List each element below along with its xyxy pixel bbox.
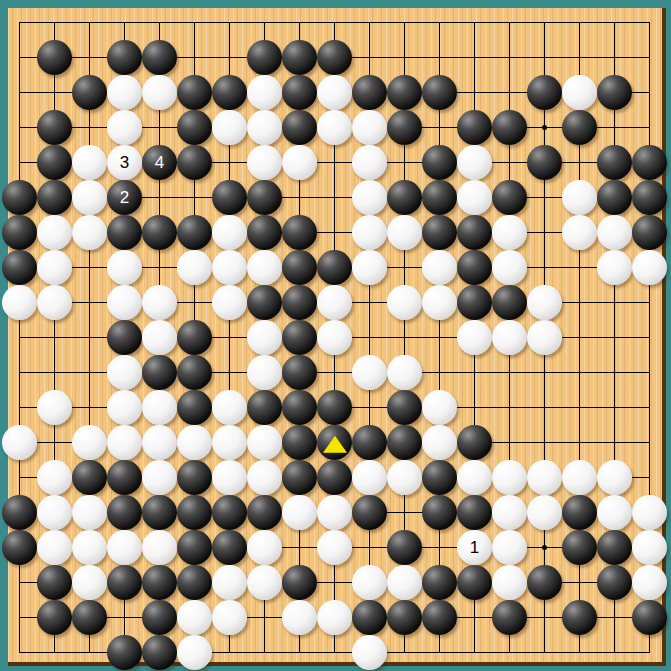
black-stone[interactable] (457, 495, 492, 530)
white-stone[interactable] (212, 390, 247, 425)
white-stone[interactable] (142, 425, 177, 460)
white-stone[interactable] (142, 75, 177, 110)
black-stone[interactable] (562, 110, 597, 145)
black-stone[interactable] (527, 565, 562, 600)
black-stone[interactable] (247, 390, 282, 425)
white-stone[interactable] (107, 250, 142, 285)
black-stone[interactable] (492, 180, 527, 215)
white-stone[interactable] (317, 600, 352, 635)
white-stone[interactable] (387, 285, 422, 320)
white-stone[interactable] (422, 250, 457, 285)
white-stone[interactable] (107, 110, 142, 145)
white-stone[interactable] (247, 75, 282, 110)
white-stone[interactable] (632, 565, 667, 600)
black-stone[interactable] (457, 250, 492, 285)
black-stone[interactable] (282, 425, 317, 460)
black-stone[interactable] (282, 75, 317, 110)
white-stone[interactable] (562, 180, 597, 215)
black-stone[interactable] (422, 565, 457, 600)
white-stone[interactable] (247, 425, 282, 460)
white-stone[interactable] (527, 495, 562, 530)
white-stone[interactable] (212, 215, 247, 250)
black-stone[interactable] (387, 75, 422, 110)
white-stone[interactable] (37, 390, 72, 425)
white-stone[interactable] (632, 530, 667, 565)
black-stone[interactable] (527, 75, 562, 110)
white-stone[interactable] (492, 530, 527, 565)
black-stone[interactable] (422, 460, 457, 495)
black-stone[interactable] (492, 110, 527, 145)
black-stone[interactable] (632, 600, 667, 635)
black-stone[interactable] (352, 600, 387, 635)
black-stone[interactable] (142, 215, 177, 250)
white-stone[interactable] (72, 495, 107, 530)
white-stone[interactable] (352, 110, 387, 145)
black-stone[interactable] (597, 565, 632, 600)
white-stone[interactable] (422, 390, 457, 425)
white-stone[interactable] (457, 145, 492, 180)
black-stone[interactable] (282, 390, 317, 425)
black-stone[interactable] (422, 180, 457, 215)
white-stone[interactable] (212, 285, 247, 320)
white-stone[interactable] (527, 285, 562, 320)
black-stone[interactable] (632, 145, 667, 180)
black-stone[interactable] (247, 495, 282, 530)
black-stone[interactable] (317, 40, 352, 75)
black-stone[interactable] (107, 215, 142, 250)
white-stone[interactable] (387, 355, 422, 390)
triangle-marker (323, 435, 347, 452)
white-stone[interactable] (72, 145, 107, 180)
black-stone[interactable] (492, 285, 527, 320)
black-stone[interactable] (317, 250, 352, 285)
white-stone[interactable] (352, 215, 387, 250)
black-stone[interactable] (37, 600, 72, 635)
black-stone[interactable] (142, 355, 177, 390)
black-stone[interactable] (597, 75, 632, 110)
black-stone[interactable] (177, 215, 212, 250)
black-stone[interactable] (177, 530, 212, 565)
white-stone[interactable] (37, 285, 72, 320)
go-game-screenshot: { "game": "Go (19x19)", "position": { "f… (0, 0, 671, 671)
black-stone[interactable] (562, 495, 597, 530)
white-stone[interactable] (177, 250, 212, 285)
move-number-label: 2 (120, 189, 129, 206)
black-stone[interactable] (387, 180, 422, 215)
black-stone[interactable] (212, 180, 247, 215)
black-stone[interactable] (142, 40, 177, 75)
black-stone[interactable] (37, 40, 72, 75)
black-stone[interactable] (282, 460, 317, 495)
black-stone[interactable] (562, 600, 597, 635)
black-stone[interactable] (247, 40, 282, 75)
white-stone[interactable] (142, 460, 177, 495)
black-stone[interactable] (107, 460, 142, 495)
white-stone[interactable] (317, 320, 352, 355)
white-stone[interactable] (107, 425, 142, 460)
white-stone[interactable] (247, 320, 282, 355)
black-stone[interactable] (212, 530, 247, 565)
black-stone[interactable] (2, 250, 37, 285)
white-stone[interactable] (247, 355, 282, 390)
black-stone[interactable] (317, 390, 352, 425)
white-stone[interactable] (177, 600, 212, 635)
white-stone[interactable] (247, 530, 282, 565)
black-stone[interactable] (352, 495, 387, 530)
black-stone[interactable] (37, 180, 72, 215)
white-stone[interactable] (527, 460, 562, 495)
black-stone[interactable] (177, 145, 212, 180)
white-stone[interactable] (72, 180, 107, 215)
white-stone[interactable] (597, 250, 632, 285)
black-stone[interactable] (2, 180, 37, 215)
black-stone[interactable] (632, 180, 667, 215)
white-stone[interactable] (247, 145, 282, 180)
white-stone[interactable] (72, 215, 107, 250)
white-stone[interactable] (352, 565, 387, 600)
page-background: 3421 (0, 0, 671, 671)
white-stone[interactable] (72, 565, 107, 600)
black-stone[interactable] (562, 530, 597, 565)
black-stone[interactable] (457, 215, 492, 250)
white-stone[interactable] (37, 215, 72, 250)
white-stone[interactable]: 3 (107, 145, 142, 180)
black-stone[interactable] (142, 495, 177, 530)
black-stone[interactable] (142, 635, 177, 670)
white-stone[interactable] (492, 460, 527, 495)
white-stone[interactable] (247, 460, 282, 495)
black-stone[interactable] (387, 600, 422, 635)
white-stone[interactable] (37, 460, 72, 495)
white-stone[interactable] (317, 495, 352, 530)
black-stone[interactable] (282, 285, 317, 320)
black-stone[interactable] (247, 285, 282, 320)
black-stone[interactable] (107, 565, 142, 600)
white-stone[interactable] (142, 320, 177, 355)
white-stone[interactable] (317, 285, 352, 320)
black-stone[interactable] (282, 250, 317, 285)
white-stone[interactable] (107, 355, 142, 390)
white-stone[interactable] (142, 390, 177, 425)
black-stone[interactable] (282, 355, 317, 390)
black-stone[interactable] (457, 425, 492, 460)
grid-line-vertical (439, 22, 440, 653)
black-stone[interactable] (72, 75, 107, 110)
black-stone[interactable] (352, 425, 387, 460)
black-stone[interactable] (107, 635, 142, 670)
white-stone[interactable] (562, 460, 597, 495)
black-stone[interactable] (282, 215, 317, 250)
white-stone[interactable] (212, 460, 247, 495)
white-stone[interactable] (352, 460, 387, 495)
white-stone[interactable] (492, 215, 527, 250)
white-stone[interactable] (212, 250, 247, 285)
black-stone[interactable] (387, 390, 422, 425)
white-stone[interactable] (2, 425, 37, 460)
black-stone[interactable] (422, 75, 457, 110)
white-stone[interactable] (107, 75, 142, 110)
black-stone[interactable] (37, 565, 72, 600)
black-stone[interactable] (282, 110, 317, 145)
black-stone[interactable] (142, 565, 177, 600)
black-stone[interactable] (422, 600, 457, 635)
move-number-label: 4 (155, 154, 164, 171)
white-stone[interactable] (492, 320, 527, 355)
white-stone[interactable] (107, 530, 142, 565)
white-stone[interactable] (212, 110, 247, 145)
white-stone[interactable] (352, 355, 387, 390)
white-stone[interactable] (72, 425, 107, 460)
black-stone[interactable] (107, 320, 142, 355)
white-stone[interactable] (387, 215, 422, 250)
black-stone[interactable] (597, 530, 632, 565)
black-stone[interactable] (72, 460, 107, 495)
white-stone[interactable] (632, 250, 667, 285)
white-stone[interactable] (422, 425, 457, 460)
white-stone[interactable] (177, 635, 212, 670)
white-stone[interactable]: 1 (457, 530, 492, 565)
black-stone[interactable] (282, 320, 317, 355)
black-stone[interactable] (177, 495, 212, 530)
white-stone[interactable] (142, 530, 177, 565)
black-stone[interactable] (212, 495, 247, 530)
white-stone[interactable] (352, 145, 387, 180)
black-stone[interactable] (492, 600, 527, 635)
white-stone[interactable] (212, 565, 247, 600)
move-number-label: 3 (120, 154, 129, 171)
white-stone[interactable] (177, 425, 212, 460)
white-stone[interactable] (387, 460, 422, 495)
white-stone[interactable] (317, 110, 352, 145)
white-stone[interactable] (562, 75, 597, 110)
white-stone[interactable] (562, 215, 597, 250)
black-stone[interactable] (457, 110, 492, 145)
white-stone[interactable] (212, 425, 247, 460)
white-stone[interactable] (597, 495, 632, 530)
white-stone[interactable] (282, 600, 317, 635)
black-stone[interactable] (597, 180, 632, 215)
white-stone[interactable] (142, 285, 177, 320)
black-stone[interactable] (177, 565, 212, 600)
black-stone[interactable] (422, 495, 457, 530)
move-number-label: 1 (470, 539, 479, 556)
white-stone[interactable] (457, 320, 492, 355)
black-stone[interactable] (72, 600, 107, 635)
black-stone[interactable] (107, 40, 142, 75)
white-stone[interactable] (527, 320, 562, 355)
white-stone[interactable] (37, 530, 72, 565)
white-stone[interactable] (457, 180, 492, 215)
white-stone[interactable] (37, 495, 72, 530)
black-stone[interactable] (37, 110, 72, 145)
black-stone[interactable] (597, 145, 632, 180)
white-stone[interactable] (72, 530, 107, 565)
black-stone[interactable] (422, 145, 457, 180)
white-stone[interactable] (247, 250, 282, 285)
white-stone[interactable] (492, 565, 527, 600)
black-stone[interactable] (177, 110, 212, 145)
white-stone[interactable] (352, 180, 387, 215)
white-stone[interactable] (282, 495, 317, 530)
white-stone[interactable] (107, 285, 142, 320)
white-stone[interactable] (317, 530, 352, 565)
black-stone[interactable] (317, 460, 352, 495)
black-stone[interactable] (37, 145, 72, 180)
black-stone[interactable] (422, 215, 457, 250)
black-stone[interactable] (2, 215, 37, 250)
white-stone[interactable] (317, 75, 352, 110)
white-stone[interactable] (597, 215, 632, 250)
black-stone[interactable]: 2 (107, 180, 142, 215)
black-stone[interactable] (2, 530, 37, 565)
white-stone[interactable] (37, 250, 72, 285)
white-stone[interactable] (282, 145, 317, 180)
white-stone[interactable] (597, 460, 632, 495)
star-point (542, 545, 547, 550)
black-stone[interactable] (387, 530, 422, 565)
white-stone[interactable] (632, 495, 667, 530)
white-stone[interactable] (107, 390, 142, 425)
black-stone[interactable] (282, 40, 317, 75)
star-point (542, 125, 547, 130)
black-stone[interactable] (107, 495, 142, 530)
white-stone[interactable] (352, 635, 387, 670)
black-stone[interactable] (177, 460, 212, 495)
go-board[interactable]: 3421 (8, 8, 666, 666)
white-stone[interactable] (422, 285, 457, 320)
white-stone[interactable] (492, 495, 527, 530)
black-stone[interactable] (352, 75, 387, 110)
black-stone[interactable] (177, 320, 212, 355)
black-stone[interactable] (2, 495, 37, 530)
white-stone[interactable] (212, 600, 247, 635)
white-stone[interactable] (352, 250, 387, 285)
black-stone[interactable] (247, 180, 282, 215)
black-stone[interactable] (527, 145, 562, 180)
black-stone[interactable] (457, 565, 492, 600)
black-stone[interactable] (387, 110, 422, 145)
black-stone[interactable] (142, 600, 177, 635)
black-stone[interactable] (632, 215, 667, 250)
white-stone[interactable] (492, 250, 527, 285)
white-stone[interactable] (2, 285, 37, 320)
white-stone[interactable] (247, 565, 282, 600)
black-stone[interactable]: 4 (142, 145, 177, 180)
white-stone[interactable] (387, 565, 422, 600)
black-stone[interactable] (212, 75, 247, 110)
black-stone[interactable] (177, 75, 212, 110)
black-stone[interactable] (282, 565, 317, 600)
black-stone[interactable] (177, 355, 212, 390)
black-stone[interactable] (387, 425, 422, 460)
black-stone[interactable] (177, 390, 212, 425)
black-stone[interactable] (317, 425, 352, 460)
white-stone[interactable] (247, 110, 282, 145)
black-stone[interactable] (247, 215, 282, 250)
black-stone[interactable] (457, 285, 492, 320)
white-stone[interactable] (457, 460, 492, 495)
